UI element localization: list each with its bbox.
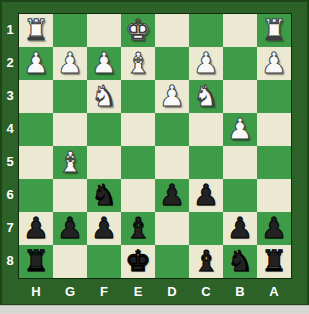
white-pawn: ♟ <box>87 47 121 80</box>
square-c6[interactable]: ♟ <box>189 179 223 212</box>
square-a2[interactable]: ♟ <box>257 47 291 80</box>
square-e2[interactable]: ♝ <box>121 47 155 80</box>
rank-label-1: 1 <box>2 13 18 46</box>
rank-label-8: 8 <box>2 244 18 277</box>
square-a1[interactable]: ♜ <box>257 14 291 47</box>
square-h2[interactable]: ♟ <box>19 47 53 80</box>
rank-label-3: 3 <box>2 79 18 112</box>
square-e5[interactable] <box>121 146 155 179</box>
white-bishop: ♝ <box>121 47 155 80</box>
white-pawn: ♟ <box>223 113 257 146</box>
black-knight: ♞ <box>223 245 257 278</box>
square-c8[interactable]: ♝ <box>189 245 223 278</box>
square-g5[interactable]: ♝ <box>53 146 87 179</box>
file-label-g: G <box>53 284 87 299</box>
square-d4[interactable] <box>155 113 189 146</box>
square-e6[interactable] <box>121 179 155 212</box>
white-pawn: ♟ <box>155 80 189 113</box>
square-b4[interactable]: ♟ <box>223 113 257 146</box>
square-e3[interactable] <box>121 80 155 113</box>
square-h1[interactable]: ♜ <box>19 14 53 47</box>
page-background-strip <box>0 305 309 314</box>
square-a4[interactable] <box>257 113 291 146</box>
file-label-f: F <box>87 284 121 299</box>
square-b6[interactable] <box>223 179 257 212</box>
square-b5[interactable] <box>223 146 257 179</box>
square-a3[interactable] <box>257 80 291 113</box>
square-d5[interactable] <box>155 146 189 179</box>
square-c1[interactable] <box>189 14 223 47</box>
rank-label-2: 2 <box>2 46 18 79</box>
white-pawn: ♟ <box>53 47 87 80</box>
square-b7[interactable]: ♟ <box>223 212 257 245</box>
rank-label-6: 6 <box>2 178 18 211</box>
square-e4[interactable] <box>121 113 155 146</box>
square-d8[interactable] <box>155 245 189 278</box>
black-king: ♚ <box>121 245 155 278</box>
square-f4[interactable] <box>87 113 121 146</box>
black-pawn: ♟ <box>53 212 87 245</box>
white-pawn: ♟ <box>257 47 291 80</box>
black-pawn: ♟ <box>223 212 257 245</box>
square-g2[interactable]: ♟ <box>53 47 87 80</box>
square-d7[interactable] <box>155 212 189 245</box>
black-pawn: ♟ <box>257 212 291 245</box>
file-label-c: C <box>189 284 223 299</box>
square-c2[interactable]: ♟ <box>189 47 223 80</box>
page: 12345678 ♜♚♜♟♟♟♝♟♟♞♟♞♟♝♞♟♟♟♟♟♝♟♟♜♚♝♞♜ HG… <box>0 0 309 314</box>
square-a7[interactable]: ♟ <box>257 212 291 245</box>
file-label-e: E <box>121 284 155 299</box>
white-bishop: ♝ <box>53 146 87 179</box>
square-d3[interactable]: ♟ <box>155 80 189 113</box>
square-e8[interactable]: ♚ <box>121 245 155 278</box>
square-b1[interactable] <box>223 14 257 47</box>
square-f3[interactable]: ♞ <box>87 80 121 113</box>
square-f1[interactable] <box>87 14 121 47</box>
square-f2[interactable]: ♟ <box>87 47 121 80</box>
rank-label-4: 4 <box>2 112 18 145</box>
square-h6[interactable] <box>19 179 53 212</box>
file-labels: HGFEDCBA <box>18 279 292 304</box>
square-f8[interactable] <box>87 245 121 278</box>
rank-label-5: 5 <box>2 145 18 178</box>
square-g8[interactable] <box>53 245 87 278</box>
square-a5[interactable] <box>257 146 291 179</box>
square-g3[interactable] <box>53 80 87 113</box>
square-b8[interactable]: ♞ <box>223 245 257 278</box>
file-label-b: B <box>223 284 257 299</box>
square-c5[interactable] <box>189 146 223 179</box>
black-pawn: ♟ <box>155 179 189 212</box>
square-d1[interactable] <box>155 14 189 47</box>
square-g4[interactable] <box>53 113 87 146</box>
square-c7[interactable] <box>189 212 223 245</box>
file-label-h: H <box>19 284 53 299</box>
chess-board: ♜♚♜♟♟♟♝♟♟♞♟♞♟♝♞♟♟♟♟♟♝♟♟♜♚♝♞♜ <box>18 13 292 279</box>
square-f5[interactable] <box>87 146 121 179</box>
square-g7[interactable]: ♟ <box>53 212 87 245</box>
black-pawn: ♟ <box>87 212 121 245</box>
square-b3[interactable] <box>223 80 257 113</box>
square-g1[interactable] <box>53 14 87 47</box>
square-f6[interactable]: ♞ <box>87 179 121 212</box>
white-king: ♚ <box>121 14 155 47</box>
file-label-a: A <box>257 284 291 299</box>
white-rook: ♜ <box>257 14 291 47</box>
square-h7[interactable]: ♟ <box>19 212 53 245</box>
black-rook: ♜ <box>257 245 291 278</box>
black-bishop: ♝ <box>189 245 223 278</box>
square-a8[interactable]: ♜ <box>257 245 291 278</box>
square-d6[interactable]: ♟ <box>155 179 189 212</box>
square-e1[interactable]: ♚ <box>121 14 155 47</box>
file-label-d: D <box>155 284 189 299</box>
square-h3[interactable] <box>19 80 53 113</box>
square-b2[interactable] <box>223 47 257 80</box>
rank-labels: 12345678 <box>2 13 18 279</box>
square-c3[interactable]: ♞ <box>189 80 223 113</box>
square-d2[interactable] <box>155 47 189 80</box>
black-pawn: ♟ <box>19 212 53 245</box>
black-bishop: ♝ <box>121 212 155 245</box>
rank-label-7: 7 <box>2 211 18 244</box>
chess-board-frame: 12345678 ♜♚♜♟♟♟♝♟♟♞♟♞♟♝♞♟♟♟♟♟♝♟♟♜♚♝♞♜ HG… <box>0 0 309 306</box>
white-knight: ♞ <box>87 80 121 113</box>
white-rook: ♜ <box>19 14 53 47</box>
square-g6[interactable] <box>53 179 87 212</box>
square-c4[interactable] <box>189 113 223 146</box>
square-a6[interactable] <box>257 179 291 212</box>
white-knight: ♞ <box>189 80 223 113</box>
square-h8[interactable]: ♜ <box>19 245 53 278</box>
black-knight: ♞ <box>87 179 121 212</box>
white-pawn: ♟ <box>19 47 53 80</box>
black-pawn: ♟ <box>189 179 223 212</box>
white-pawn: ♟ <box>189 47 223 80</box>
black-rook: ♜ <box>19 245 53 278</box>
square-f7[interactable]: ♟ <box>87 212 121 245</box>
square-e7[interactable]: ♝ <box>121 212 155 245</box>
square-h4[interactable] <box>19 113 53 146</box>
square-h5[interactable] <box>19 146 53 179</box>
